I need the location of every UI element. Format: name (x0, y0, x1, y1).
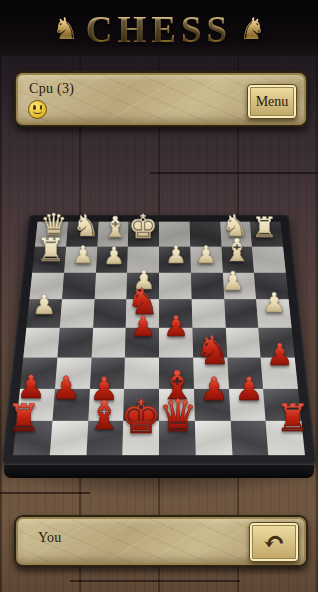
piece-red-rook-h8[interactable]: ♜ (7, 399, 41, 437)
square-c4[interactable] (191, 299, 225, 327)
piece-red-knight-c6[interactable]: ♞ (195, 330, 231, 370)
square-g3[interactable] (62, 272, 96, 299)
square-g4[interactable] (60, 299, 95, 327)
piece-white-bishop-b2[interactable]: ♝ (223, 235, 251, 266)
piece-red-pawn-b7[interactable]: ♟ (235, 373, 264, 405)
you-label: You (38, 530, 62, 546)
square-f4[interactable] (93, 299, 127, 327)
piece-white-bishop-f1[interactable]: ♝ (102, 213, 128, 242)
piece-red-pawn-d5[interactable]: ♟ (163, 313, 188, 341)
plank-seam (70, 580, 240, 582)
piece-white-pawn-f2[interactable]: ♟ (103, 244, 125, 268)
piece-white-pawn-d2[interactable]: ♟ (165, 243, 187, 267)
cpu-panel: Cpu (3) Menu (14, 71, 308, 127)
piece-white-knight-g1[interactable]: ♞ (73, 211, 100, 241)
piece-red-bishop-f8[interactable]: ♝ (86, 395, 122, 435)
square-d3[interactable] (159, 272, 191, 299)
piece-red-queen-d8[interactable]: ♛ (158, 394, 197, 438)
square-f5[interactable] (91, 328, 126, 358)
piece-white-pawn-h4[interactable]: ♟ (32, 291, 56, 318)
square-g5[interactable] (57, 328, 92, 358)
square-b8[interactable] (230, 421, 268, 455)
undo-button[interactable]: ↶ (249, 522, 299, 562)
undo-arrow-icon: ↶ (263, 529, 286, 556)
piece-red-pawn-a6[interactable]: ♟ (267, 340, 294, 370)
menu-button[interactable]: Menu (247, 84, 297, 119)
plank-seam (150, 172, 318, 174)
cpu-label: Cpu (3) (29, 81, 74, 97)
square-h5[interactable] (23, 328, 59, 358)
cpu-mood-smiley-icon (28, 100, 47, 119)
piece-red-rook-a8[interactable]: ♜ (276, 399, 310, 437)
piece-white-pawn-g2[interactable]: ♟ (72, 243, 94, 267)
knight-logo-left-icon: ♞ (52, 14, 79, 44)
piece-white-pawn-b3[interactable]: ♟ (221, 268, 244, 294)
square-b4[interactable] (224, 299, 259, 327)
piece-white-pawn-c2[interactable]: ♟ (195, 243, 217, 267)
piece-red-pawn-c7[interactable]: ♟ (200, 373, 229, 405)
piece-white-rook-a1[interactable]: ♜ (251, 214, 276, 242)
piece-red-pawn-g7[interactable]: ♟ (52, 372, 81, 404)
app-title: CHESS (86, 8, 232, 51)
square-e6[interactable] (124, 357, 159, 388)
square-c8[interactable] (195, 421, 232, 455)
square-c3[interactable] (191, 272, 224, 299)
piece-red-king-e8[interactable]: ♚ (120, 394, 161, 440)
knight-logo-right-icon: ♞ (239, 14, 266, 44)
piece-white-rook-h2[interactable]: ♜ (37, 234, 66, 266)
square-g8[interactable] (50, 421, 88, 455)
piece-white-king-e1[interactable]: ♚ (128, 210, 158, 243)
square-a2[interactable] (252, 246, 286, 272)
square-f3[interactable] (94, 272, 127, 299)
smiley-mouth (33, 107, 42, 114)
title-bar: ♞ CHESS ♞ (0, 0, 318, 58)
piece-red-pawn-e5[interactable]: ♟ (130, 313, 155, 341)
piece-white-pawn-a4[interactable]: ♟ (262, 289, 286, 316)
you-panel: You ↶ (14, 515, 308, 567)
